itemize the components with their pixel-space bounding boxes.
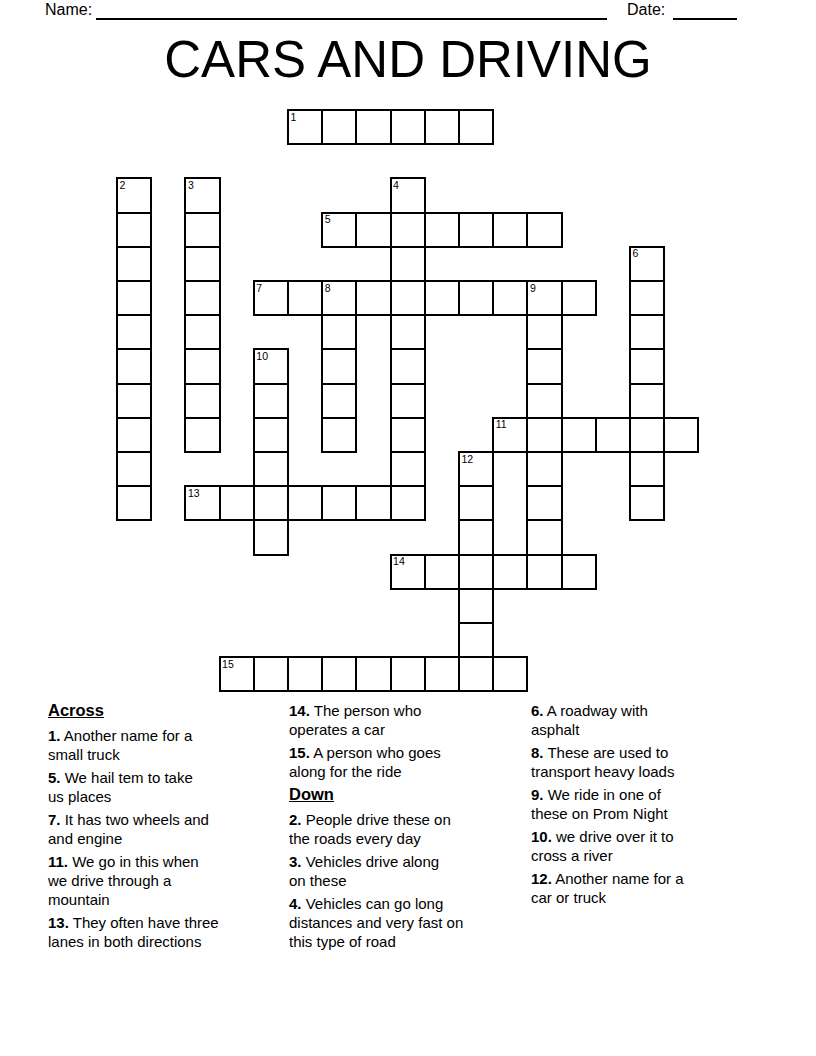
grid-cell[interactable]: [527, 555, 561, 589]
clue-text: It has two wheels and and engine: [48, 811, 209, 847]
grid-cell[interactable]: [391, 349, 425, 383]
clue-number-label: 10.: [531, 828, 552, 845]
clue-text: People drive these on the roads every da…: [289, 811, 451, 847]
clue: 10. we drive over it to cross a river: [531, 827, 761, 865]
grid-cell[interactable]: [459, 520, 493, 554]
grid-cell[interactable]: [630, 486, 664, 520]
grid-cell[interactable]: [630, 384, 664, 418]
grid-cell[interactable]: [562, 555, 596, 589]
grid-cell[interactable]: [391, 247, 425, 281]
grid-cell[interactable]: [391, 315, 425, 349]
clue-number: 8: [325, 283, 331, 294]
grid-cell[interactable]: [459, 486, 493, 520]
grid-cell[interactable]: [391, 418, 425, 452]
clue-number-label: 1.: [48, 727, 61, 744]
name-label: Name:: [45, 2, 92, 18]
grid-cell[interactable]: [391, 657, 425, 691]
grid-cell[interactable]: [562, 418, 596, 452]
grid-cell[interactable]: [254, 384, 288, 418]
grid-cell[interactable]: [117, 349, 151, 383]
grid-cell[interactable]: [459, 657, 493, 691]
grid-cell[interactable]: [117, 486, 151, 520]
grid-cell[interactable]: [630, 452, 664, 486]
clue-text: Another name for a small truck: [48, 727, 192, 763]
grid-cell[interactable]: [527, 520, 561, 554]
grid-cell[interactable]: [425, 110, 459, 144]
clue-number-label: 7.: [48, 811, 61, 828]
grid-cell[interactable]: [493, 657, 527, 691]
grid-cell[interactable]: [288, 657, 322, 691]
grid-cell[interactable]: [527, 486, 561, 520]
grid-cell[interactable]: [391, 110, 425, 144]
clue-number: 9: [530, 283, 536, 294]
clue-text: Vehicles drive along on these: [289, 853, 439, 889]
clue-text: we drive over it to cross a river: [531, 828, 674, 864]
grid-cell[interactable]: [117, 281, 151, 315]
grid-cell[interactable]: [527, 213, 561, 247]
clue: 11. We go in this when we drive through …: [48, 852, 288, 909]
grid-cell[interactable]: [185, 213, 219, 247]
grid-cell[interactable]: [322, 418, 356, 452]
worksheet-page: Name: Date: CARS AND DRIVING 15711131415…: [0, 0, 816, 1056]
grid-cell[interactable]: [562, 281, 596, 315]
grid-cell[interactable]: [459, 213, 493, 247]
name-input-line[interactable]: [96, 0, 607, 20]
grid-cell[interactable]: [425, 657, 459, 691]
grid-cell[interactable]: [117, 315, 151, 349]
grid-cell[interactable]: [459, 555, 493, 589]
clue: 6. A roadway with asphalt: [531, 701, 761, 739]
grid-cell[interactable]: [493, 555, 527, 589]
grid-cell[interactable]: [185, 281, 219, 315]
grid-cell[interactable]: [117, 247, 151, 281]
grid-cell[interactable]: [391, 281, 425, 315]
grid-cell[interactable]: [356, 213, 390, 247]
grid-cell[interactable]: [185, 315, 219, 349]
clue-number-label: 12.: [531, 870, 552, 887]
clue-number: 13: [188, 488, 200, 499]
clue-number-label: 13.: [48, 914, 69, 931]
clue-number: 3: [188, 180, 194, 191]
clue-number-label: 9.: [531, 786, 544, 803]
grid-cell[interactable]: [254, 452, 288, 486]
grid-cell[interactable]: [254, 486, 288, 520]
clue-number-label: 6.: [531, 702, 544, 719]
grid-cell[interactable]: [527, 349, 561, 383]
clue-text: They often have three lanes in both dire…: [48, 914, 219, 950]
grid-cell[interactable]: [185, 384, 219, 418]
grid-cell[interactable]: [425, 281, 459, 315]
clue-column-1: Across1. Another name for a small truck5…: [48, 701, 288, 955]
grid-cell[interactable]: [288, 281, 322, 315]
date-label: Date:: [627, 2, 665, 18]
grid-cell[interactable]: [185, 418, 219, 452]
clue-number: 10: [256, 351, 268, 362]
clue: 1. Another name for a small truck: [48, 726, 288, 764]
clue-number-label: 11.: [48, 853, 68, 870]
grid-cell[interactable]: [322, 657, 356, 691]
clue-text: Another name for a car or truck: [531, 870, 684, 906]
grid-cell[interactable]: [288, 486, 322, 520]
grid-cell[interactable]: [493, 281, 527, 315]
clue-number: 14: [393, 556, 405, 567]
clue: 5. We hail tem to take us places: [48, 768, 288, 806]
grid-cell[interactable]: [322, 315, 356, 349]
grid-cell[interactable]: [322, 110, 356, 144]
clue-number: 2: [120, 180, 126, 191]
clue-text: We go in this when we drive through a mo…: [48, 853, 199, 908]
clue-text: A person who goes along for the ride: [289, 744, 441, 780]
clue-text: We hail tem to take us places: [48, 769, 193, 805]
grid-cell[interactable]: [391, 384, 425, 418]
grid-cell[interactable]: [391, 452, 425, 486]
puzzle-title: CARS AND DRIVING: [0, 34, 816, 85]
grid-cell[interactable]: [391, 486, 425, 520]
clue: 4. Vehicles can go long distances and ve…: [289, 894, 529, 951]
clue: 3. Vehicles drive along on these: [289, 852, 529, 890]
clue-list-heading: Down: [289, 785, 529, 804]
clue: 12. Another name for a car or truck: [531, 869, 761, 907]
clue-number-label: 8.: [531, 744, 544, 761]
grid-cell[interactable]: [117, 418, 151, 452]
clue-text: We ride in one of these on Prom Night: [531, 786, 668, 822]
clue-number-label: 15.: [289, 744, 310, 761]
grid-cell[interactable]: [117, 213, 151, 247]
clue-number: 5: [325, 214, 331, 225]
grid-cell[interactable]: [254, 418, 288, 452]
grid-cell[interactable]: [459, 281, 493, 315]
clue: 9. We ride in one of these on Prom Night: [531, 785, 761, 823]
grid-cell[interactable]: [630, 349, 664, 383]
clue-number-label: 4.: [289, 895, 302, 912]
grid-cell[interactable]: [356, 486, 390, 520]
grid-cell[interactable]: [117, 452, 151, 486]
grid-cell[interactable]: [356, 110, 390, 144]
clue-number-label: 3.: [289, 853, 302, 870]
clue-number: 4: [393, 180, 399, 191]
grid-cell[interactable]: [425, 555, 459, 589]
grid-cell[interactable]: [493, 213, 527, 247]
clue-number: 11: [496, 419, 507, 430]
clue: 15. A person who goes along for the ride: [289, 743, 529, 781]
grid-cell[interactable]: [185, 349, 219, 383]
grid-cell[interactable]: [459, 589, 493, 623]
clue-number-label: 5.: [48, 769, 61, 786]
clue-number: 12: [462, 454, 474, 465]
grid-cell[interactable]: [185, 247, 219, 281]
clue-list-heading: Across: [48, 701, 288, 720]
clue: 2. People drive these on the roads every…: [289, 810, 529, 848]
crossword-grid: 157111314152346891012: [117, 110, 699, 692]
grid-cell[interactable]: [527, 384, 561, 418]
grid-cell[interactable]: [254, 657, 288, 691]
clue-number-label: 14.: [289, 702, 310, 719]
grid-cell[interactable]: [322, 349, 356, 383]
clue-number-label: 2.: [289, 811, 302, 828]
clue: 7. It has two wheels and and engine: [48, 810, 288, 848]
grid-cell[interactable]: [356, 657, 390, 691]
grid-cell[interactable]: [527, 418, 561, 452]
grid-cell[interactable]: [322, 384, 356, 418]
clue-column-2: 14. The person who operates a car15. A p…: [289, 701, 529, 955]
grid-cell[interactable]: [220, 486, 254, 520]
grid-cell[interactable]: [322, 486, 356, 520]
grid-cell[interactable]: [425, 213, 459, 247]
grid-cell[interactable]: [459, 623, 493, 657]
date-input-line[interactable]: [673, 0, 737, 20]
grid-cell[interactable]: [254, 520, 288, 554]
clue-text: Vehicles can go long distances and very …: [289, 895, 463, 950]
grid-cell[interactable]: [117, 384, 151, 418]
clue-number: 15: [222, 659, 234, 670]
grid-cell[interactable]: [630, 281, 664, 315]
clue-number: 6: [633, 248, 639, 259]
clue: 8. These are used to transport heavy loa…: [531, 743, 761, 781]
clue-text: These are used to transport heavy loads: [531, 744, 674, 780]
grid-cell[interactable]: [596, 418, 630, 452]
grid-cell[interactable]: [527, 452, 561, 486]
grid-cell[interactable]: [664, 418, 698, 452]
clue-number: 7: [256, 283, 262, 294]
grid-cell[interactable]: [527, 315, 561, 349]
grid-cell[interactable]: [459, 110, 493, 144]
grid-cell[interactable]: [630, 315, 664, 349]
clue-number: 1: [291, 112, 297, 123]
clue-text: A roadway with asphalt: [531, 702, 648, 738]
grid-cell[interactable]: [391, 213, 425, 247]
grid-cell[interactable]: [630, 418, 664, 452]
clue: 13. They often have three lanes in both …: [48, 913, 288, 951]
clue: 14. The person who operates a car: [289, 701, 529, 739]
grid-cell[interactable]: [356, 281, 390, 315]
clue-column-3: 6. A roadway with asphalt8. These are us…: [531, 701, 761, 911]
